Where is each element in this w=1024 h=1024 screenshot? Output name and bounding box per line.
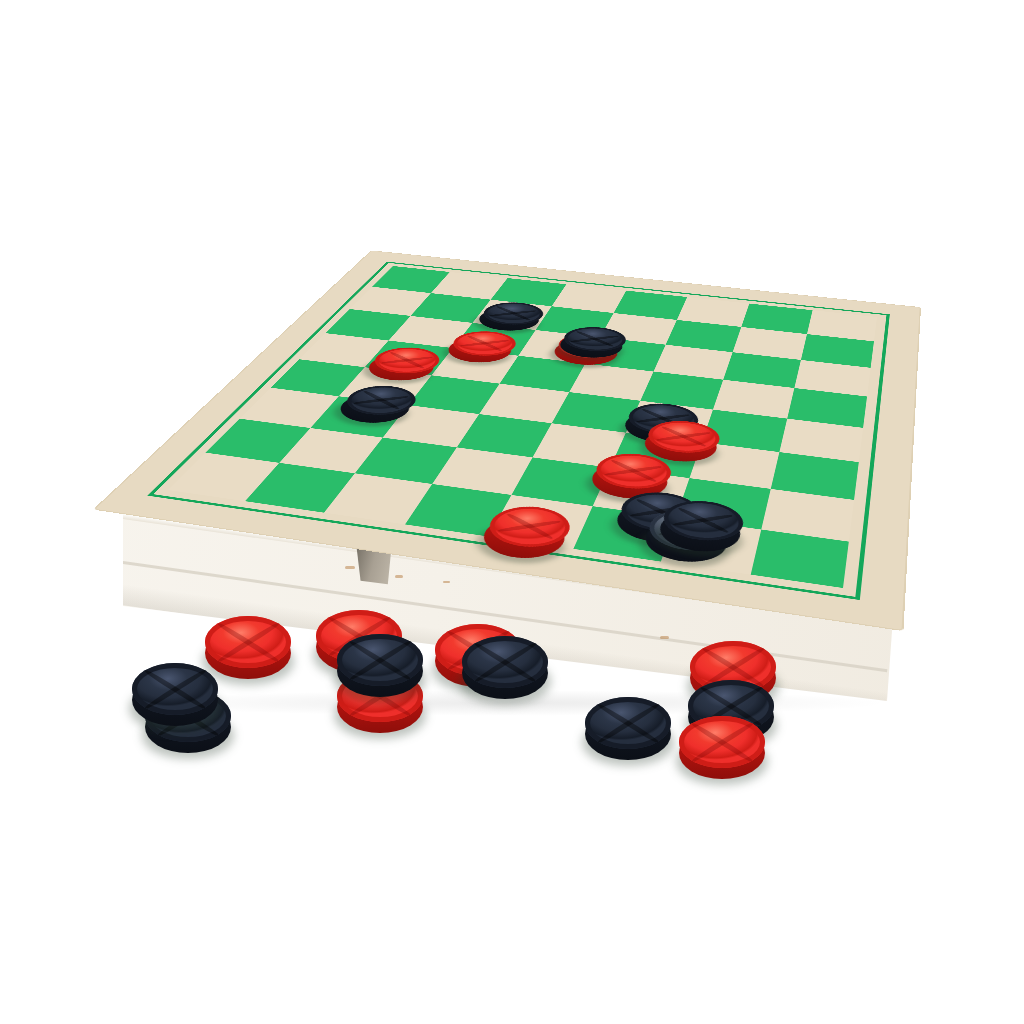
piece-face (132, 663, 218, 715)
piece-face (462, 636, 548, 688)
scuff-mark (395, 575, 403, 578)
loose-checker-red-12[interactable] (679, 716, 765, 779)
loose-checker-black-3[interactable] (132, 663, 218, 726)
scuff-mark (345, 566, 355, 569)
loose-checker-black-6[interactable] (337, 634, 423, 697)
piece-face (337, 634, 423, 686)
scuff-mark (443, 581, 450, 583)
checker-black-g8-king[interactable] (654, 497, 748, 557)
scuff-mark (660, 636, 669, 639)
piece-face (679, 716, 765, 768)
face-groove (497, 520, 561, 533)
checkers-set-photo (0, 0, 1024, 1024)
face-groove (604, 465, 663, 476)
piece-face (205, 616, 291, 668)
piece-face (585, 697, 671, 749)
face-groove (672, 514, 734, 527)
loose-checker-black-8[interactable] (462, 636, 548, 699)
face-groove (570, 335, 619, 342)
loose-checker-black-9[interactable] (585, 697, 671, 760)
face-groove (656, 432, 712, 442)
